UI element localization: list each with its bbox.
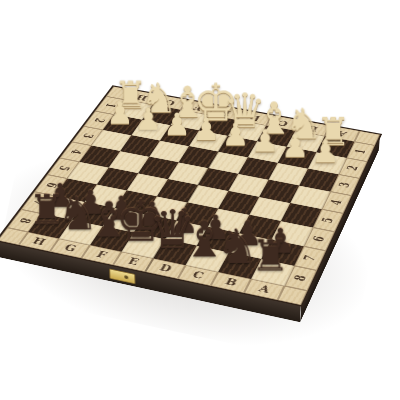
square-d8 <box>153 239 196 265</box>
file-label-far-b: B <box>307 125 319 132</box>
frame-cell-rank: 7 <box>21 192 55 214</box>
rank-label-left-6: 6 <box>44 182 58 189</box>
rank-label-left-8: 8 <box>17 217 32 224</box>
product-photo-canvas: HGFEDCBA1122334455667788HGFEDCBA ♜♞♝♚♛♝♞… <box>0 0 400 400</box>
file-label-far-h: H <box>136 94 150 101</box>
rank-label-left-7: 7 <box>31 199 46 206</box>
square-b8 <box>218 252 261 279</box>
file-label-far-c: C <box>278 119 290 126</box>
file-label-near-c: C <box>191 271 205 281</box>
square-e7 <box>134 214 177 239</box>
rank-label-left-1: 1 <box>103 103 116 109</box>
file-label-near-e: E <box>126 257 140 266</box>
square-c6 <box>208 209 250 234</box>
rank-label-left-2: 2 <box>92 117 105 123</box>
chess-board: HGFEDCBA1122334455667788HGFEDCBA ♜♞♝♚♛♝♞… <box>0 86 380 305</box>
rank-label-left-4: 4 <box>69 149 83 155</box>
square-g8 <box>59 220 103 245</box>
rank-label-right-8: 8 <box>293 274 308 282</box>
file-label-near-d: D <box>158 264 173 274</box>
square-a7 <box>261 240 303 266</box>
rank-label-left-5: 5 <box>56 165 70 172</box>
rank-label-right-1: 1 <box>354 148 367 154</box>
rank-label-left-3: 3 <box>81 133 95 139</box>
square-e8 <box>122 233 166 259</box>
square-f8 <box>90 226 134 251</box>
square-b6 <box>239 215 281 240</box>
file-label-far-a: A <box>336 130 348 137</box>
file-label-near-f: F <box>95 250 108 259</box>
brass-latch <box>109 268 135 284</box>
square-d5 <box>187 185 228 209</box>
square-d6 <box>176 202 218 226</box>
square-c5 <box>218 191 259 215</box>
frame-cell-rank: 8 <box>7 209 41 232</box>
frame-cell-rank: 6 <box>34 175 67 196</box>
square-f7 <box>103 208 146 233</box>
square-b5 <box>249 197 290 221</box>
square-b7 <box>229 233 271 259</box>
file-label-far-e: E <box>220 109 232 116</box>
rank-label-right-6: 6 <box>312 235 327 242</box>
square-c7 <box>197 227 239 252</box>
file-label-near-a: A <box>257 285 271 295</box>
rank-label-right-7: 7 <box>303 254 318 262</box>
square-d7 <box>165 220 208 245</box>
square-h8 <box>28 214 72 239</box>
rank-label-right-5: 5 <box>321 217 335 224</box>
square-c8 <box>186 246 229 272</box>
square-a6 <box>271 221 312 246</box>
file-label-far-d: D <box>248 114 261 121</box>
rank-label-right-4: 4 <box>330 199 344 206</box>
file-label-near-g: G <box>63 244 78 253</box>
square-e6 <box>145 196 187 220</box>
square-f6 <box>115 190 157 214</box>
square-a4 <box>290 186 330 210</box>
file-label-far-g: G <box>164 99 177 106</box>
file-label-far-f: F <box>192 104 203 111</box>
rank-label-right-3: 3 <box>338 182 352 189</box>
square-a8 <box>251 259 294 286</box>
square-h7 <box>42 196 85 220</box>
file-label-near-h: H <box>31 237 47 246</box>
file-label-near-b: B <box>224 277 239 287</box>
scene: HGFEDCBA1122334455667788HGFEDCBA ♜♞♝♚♛♝♞… <box>0 0 400 400</box>
latch-pin-icon <box>124 275 128 279</box>
square-a5 <box>281 203 322 227</box>
square-g7 <box>72 202 115 226</box>
rank-label-right-2: 2 <box>346 165 360 172</box>
square-g6 <box>85 184 127 208</box>
